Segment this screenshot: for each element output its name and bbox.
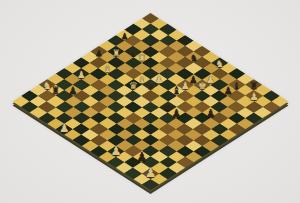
black-queen[interactable]: ♛ [146,81,155,91]
white-pawn[interactable]: ♟ [111,145,122,157]
white-pawn[interactable]: ♟ [145,167,157,180]
white-knight[interactable]: ♞ [215,59,224,69]
black-rook[interactable]: ♜ [249,81,258,91]
black-pawn[interactable]: ♟ [95,48,103,57]
black-bishop[interactable]: ♝ [232,81,241,91]
black-pawn[interactable]: ♟ [136,151,147,164]
white-queen[interactable]: ♛ [129,81,138,91]
black-pawn[interactable]: ♟ [223,86,232,96]
white-pawn[interactable]: ♟ [249,91,259,102]
white-pawn[interactable]: ♟ [206,75,215,85]
render-background: ♞♞♝♝♜♜♛♚♟♟♟♟♟♟♟♟♚♛♜♜♝♝♞♞♟♟♟♟♟♟♟♟ [0,0,300,203]
black-knight[interactable]: ♞ [129,48,137,57]
black-pawn[interactable]: ♟ [171,107,181,118]
white-king[interactable]: ♚ [198,81,207,91]
black-pawn[interactable]: ♟ [121,32,129,41]
white-bishop[interactable]: ♝ [103,64,112,74]
black-pawn[interactable]: ♟ [68,86,77,96]
black-rook[interactable]: ♜ [51,86,60,96]
black-knight[interactable]: ♞ [189,54,197,63]
black-pawn[interactable]: ♟ [206,107,216,118]
white-pawn[interactable]: ♟ [155,75,164,85]
white-pawn[interactable]: ♟ [59,124,69,136]
white-pawn[interactable]: ♟ [77,70,86,80]
board-surface [13,13,289,190]
black-bishop[interactable]: ♝ [172,86,181,96]
white-rook[interactable]: ♜ [138,54,146,63]
white-pawn[interactable]: ♟ [180,81,189,91]
white-rook[interactable]: ♜ [112,48,120,57]
